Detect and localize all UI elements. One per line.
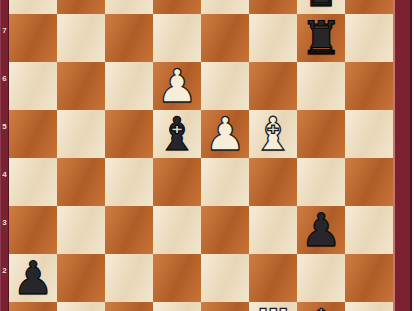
square-e2[interactable] (201, 254, 249, 302)
rank-label-7: 7 (0, 27, 9, 35)
square-a6[interactable] (9, 62, 57, 110)
square-b4[interactable] (57, 158, 105, 206)
square-b6[interactable] (57, 62, 105, 110)
square-d5[interactable]: ♝ (153, 110, 201, 158)
square-f6[interactable] (249, 62, 297, 110)
square-a2[interactable]: ♟ (9, 254, 57, 302)
square-h1[interactable] (345, 302, 393, 311)
square-a5[interactable] (9, 110, 57, 158)
square-e6[interactable] (201, 62, 249, 110)
piece-white-pawn-e5[interactable]: ♟ (201, 110, 249, 158)
square-d7[interactable] (153, 14, 201, 62)
square-c2[interactable] (105, 254, 153, 302)
square-b8[interactable] (57, 0, 105, 14)
square-d4[interactable] (153, 158, 201, 206)
square-d6[interactable]: ♟ (153, 62, 201, 110)
square-c1[interactable] (105, 302, 153, 311)
piece-black-pawn-g3[interactable]: ♟ (297, 206, 345, 254)
rank-label-5: 5 (0, 123, 9, 131)
square-g2[interactable] (297, 254, 345, 302)
square-f5[interactable]: ♝ (249, 110, 297, 158)
square-c5[interactable] (105, 110, 153, 158)
chess-diagram: ♚♜♟♝♟♝♟♟♜♚ 765432 (0, 0, 414, 311)
square-f4[interactable] (249, 158, 297, 206)
piece-white-pawn-d6[interactable]: ♟ (153, 62, 201, 110)
rank-label-4: 4 (0, 171, 9, 179)
square-g6[interactable] (297, 62, 345, 110)
square-f2[interactable] (249, 254, 297, 302)
square-h5[interactable] (345, 110, 393, 158)
rank-label-3: 3 (0, 219, 9, 227)
square-b1[interactable] (57, 302, 105, 311)
board-frame-right (393, 0, 412, 311)
square-a7[interactable] (9, 14, 57, 62)
square-g7[interactable]: ♜ (297, 14, 345, 62)
board: ♚♜♟♝♟♝♟♟♜♚ (9, 0, 393, 311)
square-e4[interactable] (201, 158, 249, 206)
square-h4[interactable] (345, 158, 393, 206)
square-h6[interactable] (345, 62, 393, 110)
piece-black-bishop-d5[interactable]: ♝ (153, 110, 201, 158)
square-c3[interactable] (105, 206, 153, 254)
square-a3[interactable] (9, 206, 57, 254)
square-c4[interactable] (105, 158, 153, 206)
square-c6[interactable] (105, 62, 153, 110)
square-h3[interactable] (345, 206, 393, 254)
square-g4[interactable] (297, 158, 345, 206)
piece-white-king-g1[interactable]: ♚ (297, 302, 345, 311)
piece-black-rook-g7[interactable]: ♜ (297, 14, 345, 62)
piece-black-pawn-a2[interactable]: ♟ (9, 254, 57, 302)
square-e1[interactable] (201, 302, 249, 311)
square-g3[interactable]: ♟ (297, 206, 345, 254)
square-e8[interactable] (201, 0, 249, 14)
square-g1[interactable]: ♚ (297, 302, 345, 311)
square-b7[interactable] (57, 14, 105, 62)
square-b3[interactable] (57, 206, 105, 254)
square-e3[interactable] (201, 206, 249, 254)
board-frame-left: 765432 (0, 0, 9, 311)
square-a8[interactable] (9, 0, 57, 14)
square-f3[interactable] (249, 206, 297, 254)
square-h7[interactable] (345, 14, 393, 62)
square-d2[interactable] (153, 254, 201, 302)
square-c8[interactable] (105, 0, 153, 14)
square-e7[interactable] (201, 14, 249, 62)
square-e5[interactable]: ♟ (201, 110, 249, 158)
rank-label-6: 6 (0, 75, 9, 83)
square-h2[interactable] (345, 254, 393, 302)
square-f7[interactable] (249, 14, 297, 62)
square-b2[interactable] (57, 254, 105, 302)
square-g5[interactable] (297, 110, 345, 158)
piece-white-bishop-f5[interactable]: ♝ (249, 110, 297, 158)
square-f8[interactable] (249, 0, 297, 14)
rank-label-2: 2 (0, 267, 9, 275)
square-b5[interactable] (57, 110, 105, 158)
square-c7[interactable] (105, 14, 153, 62)
square-d1[interactable] (153, 302, 201, 311)
square-h8[interactable] (345, 0, 393, 14)
square-a4[interactable] (9, 158, 57, 206)
square-d3[interactable] (153, 206, 201, 254)
square-f1[interactable]: ♜ (249, 302, 297, 311)
piece-white-rook-f1[interactable]: ♜ (249, 302, 297, 311)
square-d8[interactable] (153, 0, 201, 14)
